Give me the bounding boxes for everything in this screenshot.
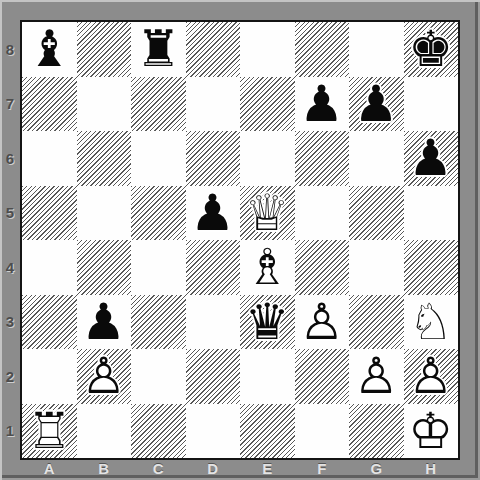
square-f1[interactable] [295, 404, 350, 459]
white-pawn-piece[interactable]: ♙ [349, 349, 404, 404]
square-f7[interactable]: ♟♟ [295, 77, 350, 132]
square-g8[interactable] [349, 22, 404, 77]
square-e5[interactable]: ♛♕ [240, 186, 295, 241]
square-e6[interactable] [240, 131, 295, 186]
file-label-b: B [77, 458, 132, 478]
square-e4[interactable]: ♝♗ [240, 240, 295, 295]
chess-diagram-frame: 87654321 ♝♝♜♜♚♚♟♟♟♟♟♟♟♟♛♕♝♗♟♟♛♛♟♙♞♘♟♙♟♙♟… [0, 0, 480, 480]
file-label-c: C [131, 458, 186, 478]
file-label-h: H [404, 458, 459, 478]
board: ♝♝♜♜♚♚♟♟♟♟♟♟♟♟♛♕♝♗♟♟♛♛♟♙♞♘♟♙♟♙♟♙♜♖♚♔ [20, 20, 460, 460]
square-f5[interactable] [295, 186, 350, 241]
square-c3[interactable] [131, 295, 186, 350]
rank-label-3: 3 [0, 295, 20, 350]
square-b3[interactable]: ♟♟ [77, 295, 132, 350]
square-b8[interactable] [77, 22, 132, 77]
square-d2[interactable] [186, 349, 241, 404]
rank-label-7: 7 [0, 77, 20, 132]
square-a6[interactable] [22, 131, 77, 186]
white-pawn-piece[interactable]: ♙ [404, 349, 459, 404]
square-e1[interactable] [240, 404, 295, 459]
square-h3[interactable]: ♞♘ [404, 295, 459, 350]
rank-label-6: 6 [0, 131, 20, 186]
white-knight-piece[interactable]: ♘ [404, 295, 459, 350]
file-label-e: E [240, 458, 295, 478]
square-b5[interactable] [77, 186, 132, 241]
square-a7[interactable] [22, 77, 77, 132]
square-b6[interactable] [77, 131, 132, 186]
square-g5[interactable] [349, 186, 404, 241]
square-c2[interactable] [131, 349, 186, 404]
square-a5[interactable] [22, 186, 77, 241]
square-c5[interactable] [131, 186, 186, 241]
black-pawn-piece[interactable]: ♟ [77, 295, 132, 350]
square-d3[interactable] [186, 295, 241, 350]
white-pawn-piece[interactable]: ♙ [77, 349, 132, 404]
black-queen-piece[interactable]: ♛ [240, 295, 295, 350]
white-rook-piece[interactable]: ♖ [22, 404, 77, 459]
file-label-a: A [22, 458, 77, 478]
square-g1[interactable] [349, 404, 404, 459]
black-pawn-piece[interactable]: ♟ [295, 77, 350, 132]
square-h7[interactable] [404, 77, 459, 132]
square-a8[interactable]: ♝♝ [22, 22, 77, 77]
square-b7[interactable] [77, 77, 132, 132]
square-b2[interactable]: ♟♙ [77, 349, 132, 404]
file-labels: ABCDEFGH [22, 458, 458, 478]
black-pawn-piece[interactable]: ♟ [349, 77, 404, 132]
square-f4[interactable] [295, 240, 350, 295]
square-f2[interactable] [295, 349, 350, 404]
square-h4[interactable] [404, 240, 459, 295]
square-c1[interactable] [131, 404, 186, 459]
square-a2[interactable] [22, 349, 77, 404]
square-d8[interactable] [186, 22, 241, 77]
file-label-g: G [349, 458, 404, 478]
rank-label-1: 1 [0, 404, 20, 459]
square-h8[interactable]: ♚♚ [404, 22, 459, 77]
black-rook-piece[interactable]: ♜ [131, 22, 186, 77]
black-pawn-piece[interactable]: ♟ [404, 131, 459, 186]
rank-label-5: 5 [0, 186, 20, 241]
rank-label-2: 2 [0, 349, 20, 404]
rank-labels: 87654321 [0, 22, 20, 458]
square-e8[interactable] [240, 22, 295, 77]
square-c8[interactable]: ♜♜ [131, 22, 186, 77]
square-d6[interactable] [186, 131, 241, 186]
file-label-f: F [295, 458, 350, 478]
white-pawn-piece[interactable]: ♙ [295, 295, 350, 350]
square-d5[interactable]: ♟♟ [186, 186, 241, 241]
square-a1[interactable]: ♜♖ [22, 404, 77, 459]
white-king-piece[interactable]: ♔ [404, 404, 459, 459]
square-h1[interactable]: ♚♔ [404, 404, 459, 459]
square-a3[interactable] [22, 295, 77, 350]
black-pawn-piece[interactable]: ♟ [186, 186, 241, 241]
square-g2[interactable]: ♟♙ [349, 349, 404, 404]
square-a4[interactable] [22, 240, 77, 295]
square-g7[interactable]: ♟♟ [349, 77, 404, 132]
square-d4[interactable] [186, 240, 241, 295]
square-f8[interactable] [295, 22, 350, 77]
square-e2[interactable] [240, 349, 295, 404]
square-f3[interactable]: ♟♙ [295, 295, 350, 350]
square-b1[interactable] [77, 404, 132, 459]
rank-label-4: 4 [0, 240, 20, 295]
white-bishop-piece[interactable]: ♗ [240, 240, 295, 295]
square-c6[interactable] [131, 131, 186, 186]
square-g6[interactable] [349, 131, 404, 186]
square-c7[interactable] [131, 77, 186, 132]
white-queen-piece[interactable]: ♕ [240, 186, 295, 241]
black-bishop-piece[interactable]: ♝ [22, 22, 77, 77]
square-g3[interactable] [349, 295, 404, 350]
square-h5[interactable] [404, 186, 459, 241]
square-b4[interactable] [77, 240, 132, 295]
square-e3[interactable]: ♛♛ [240, 295, 295, 350]
square-g4[interactable] [349, 240, 404, 295]
file-label-d: D [186, 458, 241, 478]
square-h6[interactable]: ♟♟ [404, 131, 459, 186]
rank-label-8: 8 [0, 22, 20, 77]
square-d7[interactable] [186, 77, 241, 132]
square-h2[interactable]: ♟♙ [404, 349, 459, 404]
black-king-piece[interactable]: ♚ [404, 22, 459, 77]
square-e7[interactable] [240, 77, 295, 132]
square-f6[interactable] [295, 131, 350, 186]
square-c4[interactable] [131, 240, 186, 295]
square-d1[interactable] [186, 404, 241, 459]
